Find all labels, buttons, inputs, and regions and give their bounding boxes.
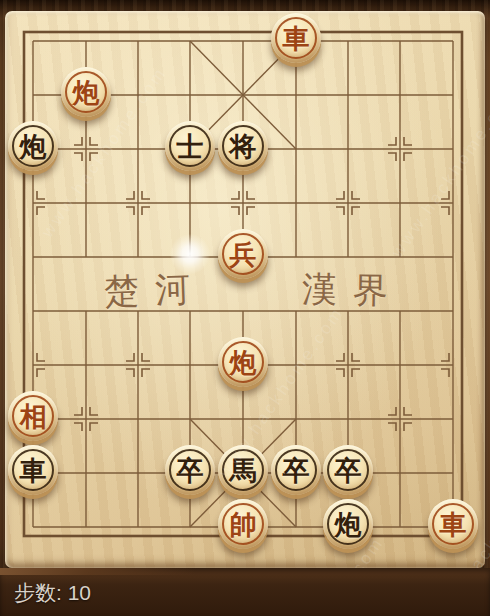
xiangqi-app-screen: 楚河 漢界 車炮炮士将兵炮相車卒馬卒卒帥炮車 www.hackhome.com … [0,0,490,616]
move-counter-label: 步数 [14,581,56,604]
piece-red-general[interactable]: 帥 [218,499,268,549]
piece-black-general[interactable]: 将 [218,121,268,171]
piece-red-pawn[interactable]: 兵 [218,229,268,279]
piece-black-cannon[interactable]: 炮 [8,121,58,171]
status-bar: 步数: 10 [0,568,490,616]
piece-glyph: 卒 [177,457,204,484]
piece-glyph: 車 [283,25,310,52]
piece-red-cannon[interactable]: 炮 [61,67,111,117]
piece-red-chariot[interactable]: 車 [271,13,321,63]
piece-red-chariot[interactable]: 車 [428,499,478,549]
piece-glyph: 将 [230,133,257,160]
piece-red-elephant[interactable]: 相 [8,391,58,441]
piece-glyph: 炮 [20,133,47,160]
move-counter-value: 10 [68,581,91,604]
river-label-han-jie: 漢界 [302,267,405,313]
piece-glyph: 炮 [73,79,100,106]
piece-black-pawn[interactable]: 卒 [165,445,215,495]
piece-red-cannon[interactable]: 炮 [218,337,268,387]
piece-black-cannon[interactable]: 炮 [323,499,373,549]
status-bar-bevel [0,568,490,575]
piece-glyph: 車 [440,511,467,538]
piece-black-chariot[interactable]: 車 [8,445,58,495]
piece-glyph: 士 [177,133,204,160]
piece-glyph: 卒 [283,457,310,484]
piece-black-pawn[interactable]: 卒 [271,445,321,495]
piece-glyph: 卒 [335,457,362,484]
piece-glyph: 車 [20,457,47,484]
piece-black-horse[interactable]: 馬 [218,445,268,495]
piece-glyph: 炮 [335,511,362,538]
piece-black-pawn[interactable]: 卒 [323,445,373,495]
piece-black-advisor[interactable]: 士 [165,121,215,171]
piece-glyph: 兵 [230,241,257,268]
move-counter: 步数: 10 [14,579,91,607]
move-counter-separator: : [56,581,68,604]
piece-glyph: 帥 [230,511,257,538]
piece-glyph: 炮 [230,349,257,376]
piece-glyph: 相 [20,403,47,430]
piece-glyph: 馬 [230,457,257,484]
river-label-chu-he: 楚河 [103,266,206,314]
